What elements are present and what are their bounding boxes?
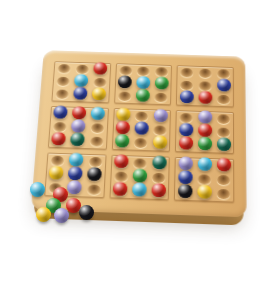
board-box-1-0 [48, 106, 109, 150]
dimple [135, 112, 148, 122]
dimple [90, 123, 103, 133]
board-cell-r6c8[interactable] [195, 138, 214, 152]
ball-blue[interactable] [179, 123, 193, 137]
dimple [89, 157, 103, 167]
board-box-1-1 [111, 108, 171, 152]
board-cell-r9c5[interactable] [129, 184, 149, 199]
dimple [57, 64, 70, 73]
ball-yellow[interactable] [197, 185, 211, 200]
ball-blue[interactable] [217, 79, 231, 92]
dimple [198, 174, 211, 184]
ball-black[interactable] [178, 184, 193, 199]
dimple [114, 171, 128, 181]
dimple [76, 65, 89, 74]
board-cell-r6c4[interactable] [113, 135, 132, 149]
board-cell-r1c7[interactable] [178, 66, 197, 79]
board-cell-r9c3[interactable] [84, 182, 104, 197]
board-cell-r4c9[interactable] [214, 112, 233, 126]
board-cell-r6c7[interactable] [176, 138, 195, 152]
board-cell-r9c2[interactable] [65, 182, 85, 197]
board-cell-r9c4[interactable] [110, 183, 130, 198]
dimple [134, 138, 147, 148]
board-cell-r3c8[interactable] [196, 92, 215, 106]
ball-blue[interactable] [178, 170, 192, 184]
loose-ball-yellow[interactable] [36, 207, 51, 222]
ball-red[interactable] [179, 136, 193, 150]
ball-teal[interactable] [217, 137, 231, 151]
board-cell-r7c9[interactable] [214, 159, 233, 173]
board-cell-r6c2[interactable] [68, 134, 88, 148]
ball-cyan[interactable] [197, 157, 211, 171]
board-cell-r2c9[interactable] [214, 80, 232, 93]
dimple [55, 89, 68, 99]
board-cell-r4c1[interactable] [51, 107, 71, 121]
board-cell-r2c6[interactable] [152, 78, 171, 91]
board-cell-r1c8[interactable] [196, 67, 214, 80]
ball-green[interactable] [198, 137, 212, 151]
loose-ball-cyan[interactable] [30, 182, 45, 197]
ball-cyan[interactable] [91, 107, 106, 121]
dimple [180, 113, 193, 123]
dimple [217, 69, 230, 78]
board-cell-r6c1[interactable] [49, 133, 69, 147]
board-cell-r6c5[interactable] [131, 136, 150, 150]
ball-blue[interactable] [73, 87, 87, 100]
dimple [199, 81, 212, 91]
board-cell-r9c8[interactable] [195, 186, 214, 201]
dimple [217, 114, 230, 124]
loose-ball-lavender[interactable] [54, 208, 69, 223]
board-cell-r7c8[interactable] [195, 159, 214, 173]
ball-black[interactable] [87, 167, 102, 181]
ball-red[interactable] [151, 183, 166, 198]
ball-green[interactable] [136, 89, 150, 102]
ball-yellow[interactable] [153, 135, 167, 149]
dimple [118, 92, 131, 102]
dimple [87, 184, 101, 194]
board-cell-r8c9[interactable] [214, 173, 233, 188]
board-cell-r3c9[interactable] [214, 93, 233, 107]
ball-yellow[interactable] [49, 166, 64, 180]
ball-cyan[interactable] [69, 153, 84, 167]
dimple [181, 68, 194, 77]
board-cell-r3c6[interactable] [152, 91, 171, 105]
ball-red[interactable] [72, 106, 87, 120]
board-cell-r3c7[interactable] [177, 92, 196, 106]
board-cell-r2c4[interactable] [115, 77, 134, 90]
ball-teal[interactable] [152, 155, 166, 169]
ball-cyan[interactable] [136, 76, 150, 89]
board-cell-r7c4[interactable] [112, 156, 132, 170]
ball-cyan[interactable] [74, 74, 88, 87]
ball-green[interactable] [133, 169, 148, 183]
dimple [134, 158, 147, 168]
dimple [217, 128, 230, 138]
dimple [119, 66, 132, 75]
board-cell-r3c5[interactable] [133, 90, 152, 104]
board-cell-r6c3[interactable] [87, 135, 107, 149]
board-cell-r9c7[interactable] [175, 186, 195, 201]
ball-lavender[interactable] [71, 119, 86, 133]
ball-blue[interactable] [53, 105, 68, 119]
board-cell-r5c5[interactable] [132, 123, 151, 137]
dimple [180, 81, 193, 91]
dimple [53, 122, 67, 132]
board-cell-r6c9[interactable] [214, 139, 233, 153]
board-box-0-1 [114, 63, 173, 105]
ball-green[interactable] [155, 77, 169, 90]
board-cell-r5c3[interactable] [87, 121, 106, 135]
board-cell-r1c1[interactable] [54, 62, 73, 75]
dimple [199, 69, 212, 78]
dimple [217, 189, 230, 200]
board-cell-r1c3[interactable] [91, 63, 110, 76]
ball-red[interactable] [198, 123, 212, 137]
ball-blue[interactable] [134, 121, 148, 135]
board-box-2-2 [174, 157, 234, 203]
ball-red[interactable] [198, 91, 212, 104]
board-cell-r3c1[interactable] [52, 88, 71, 102]
board-cell-r3c2[interactable] [71, 88, 90, 102]
board-cell-r9c6[interactable] [149, 185, 169, 200]
ball-lavender[interactable] [154, 109, 168, 123]
board-cell-r2c1[interactable] [53, 75, 72, 88]
board-cell-r3c4[interactable] [115, 90, 134, 104]
board-cell-r7c6[interactable] [150, 157, 169, 171]
ball-blue[interactable] [68, 166, 83, 180]
dimple [217, 175, 230, 185]
board-box-2-1 [109, 155, 170, 201]
ball-cyan[interactable] [132, 182, 147, 197]
dimple [56, 77, 69, 87]
board-grid [44, 61, 234, 202]
board-box-1-2 [175, 110, 234, 154]
dimple [50, 156, 64, 166]
dimple [217, 95, 230, 105]
ball-teal[interactable] [70, 132, 85, 146]
dimple [152, 173, 165, 183]
ball-yellow[interactable] [92, 87, 106, 100]
board-box-0-0 [51, 61, 110, 103]
ball-lavender[interactable] [198, 110, 212, 124]
board-cell-r3c3[interactable] [89, 89, 108, 103]
dimple [90, 137, 103, 147]
ball-lavender[interactable] [178, 156, 192, 170]
dimple [156, 67, 169, 76]
board-cell-r4c6[interactable] [151, 110, 170, 124]
ball-red[interactable] [93, 62, 107, 75]
loose-ball-black[interactable] [79, 205, 94, 220]
dimple [93, 78, 106, 88]
ball-red[interactable] [51, 132, 66, 146]
board-cell-r6c6[interactable] [150, 137, 169, 151]
photo-stage [0, 0, 277, 290]
ball-red[interactable] [217, 158, 231, 172]
board-cell-r4c3[interactable] [88, 108, 107, 122]
board-cell-r8c1[interactable] [46, 167, 66, 181]
dimple [137, 67, 150, 76]
ball-blue[interactable] [180, 90, 194, 103]
dimple [155, 93, 168, 103]
dimple [154, 125, 167, 135]
ball-lavender[interactable] [67, 180, 82, 194]
board-cell-r9c9[interactable] [214, 187, 233, 202]
board-box-0-2 [176, 65, 234, 107]
board-cell-r8c3[interactable] [85, 169, 105, 184]
